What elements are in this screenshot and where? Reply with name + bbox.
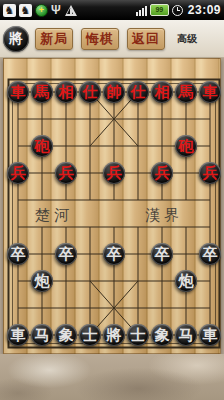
- piece-red-兵[interactable]: 兵: [199, 162, 221, 184]
- piece-red-兵[interactable]: 兵: [7, 162, 29, 184]
- piece-red-馬[interactable]: 馬: [31, 81, 53, 103]
- knight-notification-icon: ♞: [3, 4, 16, 17]
- alert-triangle-icon: [64, 4, 78, 17]
- background-texture: [0, 354, 224, 400]
- status-bar: ♞ ♞ + Ψ 99 23:09: [0, 0, 224, 20]
- piece-black-士[interactable]: 士: [79, 324, 101, 346]
- piece-black-象[interactable]: 象: [151, 324, 173, 346]
- green-app-icon: +: [35, 4, 48, 17]
- status-icons-left: ♞ ♞ + Ψ: [3, 4, 78, 17]
- toolbar: 將 新局 悔棋 返回 高级: [0, 20, 224, 58]
- piece-red-砲[interactable]: 砲: [31, 135, 53, 157]
- battery-icon: 99: [150, 4, 169, 16]
- back-button[interactable]: 返回: [127, 28, 165, 50]
- usb-icon: Ψ: [51, 4, 61, 17]
- knight-notification-icon: ♞: [19, 4, 32, 17]
- river-label-chu: 楚河: [31, 205, 77, 225]
- xiangqi-board[interactable]: 楚河 漢界 車馬相仕帥仕相馬車砲砲兵兵兵兵兵卒卒卒卒卒炮炮車马象士將士象马車: [0, 58, 224, 354]
- piece-red-車[interactable]: 車: [199, 81, 221, 103]
- piece-black-炮[interactable]: 炮: [175, 270, 197, 292]
- piece-black-卒[interactable]: 卒: [7, 243, 29, 265]
- piece-red-仕[interactable]: 仕: [79, 81, 101, 103]
- piece-black-卒[interactable]: 卒: [103, 243, 125, 265]
- piece-black-車[interactable]: 車: [7, 324, 29, 346]
- piece-black-將[interactable]: 將: [103, 324, 125, 346]
- piece-red-相[interactable]: 相: [55, 81, 77, 103]
- river-label-han: 漢界: [141, 205, 187, 225]
- piece-red-相[interactable]: 相: [151, 81, 173, 103]
- piece-black-马[interactable]: 马: [175, 324, 197, 346]
- piece-black-士[interactable]: 士: [127, 324, 149, 346]
- phone-screen: ♞ ♞ + Ψ 99 23:09 將 新局 悔棋 返回 高级: [0, 0, 224, 400]
- piece-black-車[interactable]: 車: [199, 324, 221, 346]
- piece-black-卒[interactable]: 卒: [199, 243, 221, 265]
- new-game-button[interactable]: 新局: [35, 28, 73, 50]
- piece-red-兵[interactable]: 兵: [151, 162, 173, 184]
- status-icons-right: 99 23:09: [136, 3, 221, 17]
- piece-black-象[interactable]: 象: [55, 324, 77, 346]
- piece-red-馬[interactable]: 馬: [175, 81, 197, 103]
- piece-black-卒[interactable]: 卒: [151, 243, 173, 265]
- status-time: 23:09: [188, 3, 221, 17]
- signal-strength-icon: [136, 5, 147, 16]
- general-piece-badge: 將: [3, 26, 29, 52]
- piece-black-卒[interactable]: 卒: [55, 243, 77, 265]
- piece-red-兵[interactable]: 兵: [103, 162, 125, 184]
- plus-glyph: +: [36, 5, 47, 16]
- undo-move-button[interactable]: 悔棋: [81, 28, 119, 50]
- piece-red-兵[interactable]: 兵: [55, 162, 77, 184]
- piece-red-砲[interactable]: 砲: [175, 135, 197, 157]
- piece-red-帥[interactable]: 帥: [103, 81, 125, 103]
- piece-red-車[interactable]: 車: [7, 81, 29, 103]
- piece-black-马[interactable]: 马: [31, 324, 53, 346]
- difficulty-label: 高级: [177, 32, 197, 46]
- piece-black-炮[interactable]: 炮: [31, 270, 53, 292]
- alarm-clock-icon: [172, 5, 183, 16]
- piece-red-仕[interactable]: 仕: [127, 81, 149, 103]
